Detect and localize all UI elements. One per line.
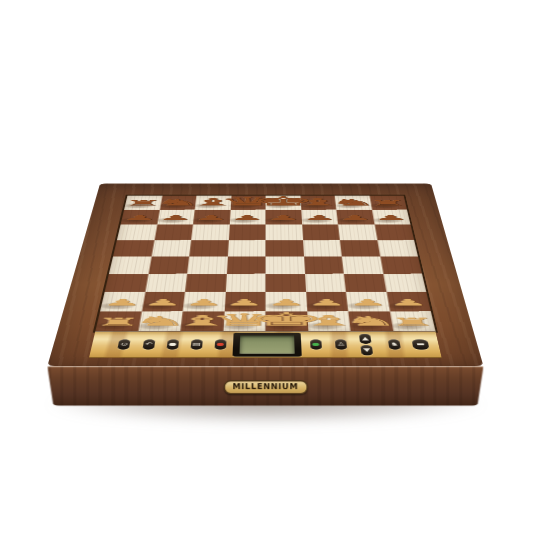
hint-icon: ● — [169, 342, 178, 347]
power-icon: ⊙ — [120, 342, 128, 347]
piece-black-p-f7[interactable]: ♟ — [301, 215, 337, 220]
scroll-down-icon: ▼ — [363, 348, 371, 353]
chess-board: ♜♞♝♛♚♝♞♜♟♟♟♟♟♟♟♟♟♟♟♟♟♟♟♟♜♞♝♛♚♝♞♜ ⊙↶●▤● ●… — [47, 184, 483, 367]
cabinet-front-edge: MILLENNIUM — [47, 366, 483, 406]
memo-icon: ▤ — [192, 342, 201, 347]
piece-black-p-g7[interactable]: ♟ — [337, 215, 373, 220]
piece-black-r-h8[interactable]: ♜ — [370, 200, 406, 206]
piece-black-p-a7[interactable]: ♟ — [122, 215, 159, 220]
new-game-icon: ● — [216, 342, 224, 347]
piece-black-p-h7[interactable]: ♟ — [373, 215, 410, 220]
piece-black-p-e7[interactable]: ♟ — [266, 215, 302, 220]
ok-icon: ● — [312, 342, 320, 347]
piece-black-p-d7[interactable]: ♟ — [230, 215, 266, 220]
gold-strip-reflections — [89, 332, 442, 358]
scene: ♜♞♝♛♚♝♞♜♟♟♟♟♟♟♟♟♟♟♟♟♟♟♟♟♜♞♝♛♚♝♞♜ ⊙↶●▤● ●… — [0, 0, 533, 533]
lcd-display-bezel — [233, 333, 302, 357]
takeback-icon: ↶ — [145, 342, 153, 347]
piece-black-p-b7[interactable]: ♟ — [158, 215, 194, 220]
function-icon: ♞ — [390, 342, 399, 347]
brand-nameplate: MILLENNIUM — [223, 381, 307, 395]
control-panel: ⊙↶●▤● ●♙▲▼♞▬ — [89, 332, 442, 358]
enter-icon: ▬ — [416, 342, 426, 347]
product-photo: ♜♞♝♛♚♝♞♜♟♟♟♟♟♟♟♟♟♟♟♟♟♟♟♟♜♞♝♛♚♝♞♜ ⊙↶●▤● ●… — [0, 0, 533, 533]
white-mode-icon: ♙ — [337, 342, 346, 347]
piece-black-n-g8[interactable]: ♞ — [335, 198, 371, 205]
piece-black-p-c7[interactable]: ♟ — [194, 215, 230, 220]
